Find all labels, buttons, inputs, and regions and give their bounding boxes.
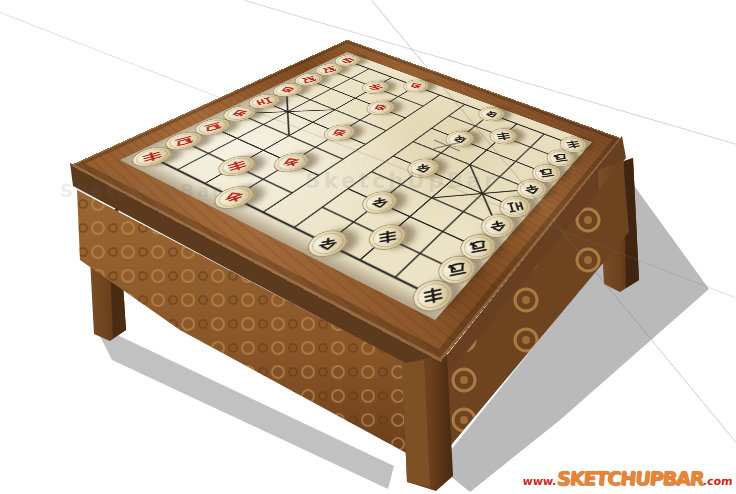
watermark-prefix: www. bbox=[522, 475, 557, 488]
piece-character bbox=[140, 149, 165, 164]
piece-character bbox=[320, 65, 339, 74]
piece-character bbox=[329, 127, 351, 140]
piece-character bbox=[229, 108, 251, 120]
piece-character bbox=[365, 82, 384, 92]
piece-character bbox=[277, 85, 297, 95]
piece-character bbox=[487, 218, 509, 234]
watermark-brand: SKETCHUPBAR bbox=[556, 467, 705, 489]
piece-character bbox=[280, 155, 304, 170]
piece-character bbox=[222, 189, 248, 206]
scene-canvas: SketchUpBar SketchUpBar www.SKETCHUPBAR.… bbox=[0, 0, 736, 494]
piece-character bbox=[537, 167, 557, 179]
piece-character bbox=[551, 153, 570, 164]
site-watermark: www.SKETCHUPBAR.com bbox=[522, 467, 734, 489]
piece-character bbox=[407, 81, 426, 91]
piece-character bbox=[467, 238, 489, 255]
piece-character bbox=[377, 229, 398, 246]
watermark-suffix: .com bbox=[702, 475, 733, 488]
piece-character bbox=[445, 261, 468, 280]
table-leg-front bbox=[402, 354, 453, 491]
piece-character bbox=[339, 56, 357, 64]
faint-watermark-2: SketchUpBar bbox=[60, 180, 224, 201]
piece-character bbox=[172, 134, 196, 148]
piece-character bbox=[495, 131, 513, 141]
piece-character bbox=[254, 96, 275, 107]
piece-character bbox=[371, 102, 391, 113]
piece-character bbox=[370, 195, 390, 210]
piece-character bbox=[224, 159, 249, 174]
piece-character bbox=[299, 75, 319, 85]
faint-watermark-1: SketchUpBar bbox=[305, 168, 498, 193]
piece-character bbox=[564, 139, 582, 149]
piece-character bbox=[201, 120, 224, 133]
piece-character bbox=[483, 109, 500, 118]
piece-character bbox=[421, 285, 445, 306]
piece-character bbox=[316, 235, 338, 253]
